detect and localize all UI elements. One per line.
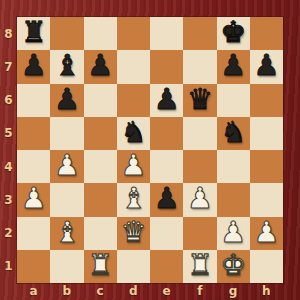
square-h2[interactable]: ♟: [250, 217, 283, 250]
square-d4[interactable]: ♟: [117, 150, 150, 183]
piece-black-rook-a8[interactable]: ♜: [21, 18, 47, 47]
piece-white-pawn-g2[interactable]: ♟: [220, 218, 246, 247]
square-f4[interactable]: [183, 150, 216, 183]
square-h7[interactable]: ♟: [250, 50, 283, 83]
square-c8[interactable]: [84, 17, 117, 50]
piece-white-pawn-a3[interactable]: ♟: [21, 184, 47, 213]
piece-white-pawn-b4[interactable]: ♟: [54, 151, 80, 180]
rank-label-4: 4: [0, 160, 17, 174]
piece-black-knight-g5[interactable]: ♞: [220, 118, 246, 147]
square-g4[interactable]: [217, 150, 250, 183]
square-h8[interactable]: [250, 17, 283, 50]
file-label-d: d: [117, 284, 150, 299]
square-a3[interactable]: ♟: [17, 183, 50, 216]
square-a7[interactable]: ♟: [17, 50, 50, 83]
rank-label-5: 5: [0, 126, 17, 140]
square-d5[interactable]: ♞: [117, 117, 150, 150]
piece-white-rook-c1[interactable]: ♜: [87, 251, 113, 280]
piece-white-king-g1[interactable]: ♚: [220, 251, 246, 280]
square-e1[interactable]: [150, 250, 183, 283]
file-label-b: b: [50, 284, 83, 299]
square-d7[interactable]: [117, 50, 150, 83]
rank-label-3: 3: [0, 193, 17, 207]
piece-black-knight-d5[interactable]: ♞: [120, 118, 146, 147]
square-e5[interactable]: [150, 117, 183, 150]
piece-black-pawn-a7[interactable]: ♟: [21, 51, 47, 80]
piece-black-pawn-g7[interactable]: ♟: [220, 51, 246, 80]
piece-white-queen-d2[interactable]: ♛: [120, 218, 146, 247]
square-c7[interactable]: ♟: [84, 50, 117, 83]
square-a6[interactable]: [17, 84, 50, 117]
square-f2[interactable]: [183, 217, 216, 250]
square-d3[interactable]: ♝: [117, 183, 150, 216]
rank-label-7: 7: [0, 60, 17, 74]
square-h5[interactable]: [250, 117, 283, 150]
file-label-g: g: [217, 284, 250, 299]
square-c3[interactable]: [84, 183, 117, 216]
chess-board-frame: 87654321 ♜♚♟♝♟♟♟♟♟♛♞♞♟♟♟♝♟♟♝♛♟♟♜♜♚ abcde…: [0, 0, 300, 300]
piece-white-pawn-h2[interactable]: ♟: [253, 218, 279, 247]
piece-white-bishop-b2[interactable]: ♝: [54, 218, 80, 247]
square-d6[interactable]: [117, 84, 150, 117]
square-d2[interactable]: ♛: [117, 217, 150, 250]
piece-black-king-g8[interactable]: ♚: [220, 18, 246, 47]
piece-black-queen-f6[interactable]: ♛: [187, 85, 213, 114]
piece-black-pawn-b6[interactable]: ♟: [54, 85, 80, 114]
square-b8[interactable]: [50, 17, 83, 50]
square-c4[interactable]: [84, 150, 117, 183]
square-g1[interactable]: ♚: [217, 250, 250, 283]
square-f7[interactable]: [183, 50, 216, 83]
square-b6[interactable]: ♟: [50, 84, 83, 117]
file-label-f: f: [183, 284, 216, 299]
square-a2[interactable]: [17, 217, 50, 250]
square-f3[interactable]: ♟: [183, 183, 216, 216]
piece-black-pawn-h7[interactable]: ♟: [253, 51, 279, 80]
square-b1[interactable]: [50, 250, 83, 283]
square-g5[interactable]: ♞: [217, 117, 250, 150]
square-g8[interactable]: ♚: [217, 17, 250, 50]
square-a4[interactable]: [17, 150, 50, 183]
square-e3[interactable]: ♟: [150, 183, 183, 216]
square-d8[interactable]: [117, 17, 150, 50]
square-b2[interactable]: ♝: [50, 217, 83, 250]
square-h4[interactable]: [250, 150, 283, 183]
square-b7[interactable]: ♝: [50, 50, 83, 83]
rank-label-8: 8: [0, 27, 17, 41]
square-a8[interactable]: ♜: [17, 17, 50, 50]
square-f6[interactable]: ♛: [183, 84, 216, 117]
square-g2[interactable]: ♟: [217, 217, 250, 250]
piece-white-rook-f1[interactable]: ♜: [187, 251, 213, 280]
square-c1[interactable]: ♜: [84, 250, 117, 283]
square-f5[interactable]: [183, 117, 216, 150]
square-e2[interactable]: [150, 217, 183, 250]
piece-black-pawn-e6[interactable]: ♟: [154, 85, 180, 114]
piece-black-bishop-b7[interactable]: ♝: [54, 51, 80, 80]
rank-label-6: 6: [0, 93, 17, 107]
square-h6[interactable]: [250, 84, 283, 117]
square-e8[interactable]: [150, 17, 183, 50]
square-h1[interactable]: [250, 250, 283, 283]
square-c2[interactable]: [84, 217, 117, 250]
square-e4[interactable]: [150, 150, 183, 183]
square-f8[interactable]: [183, 17, 216, 50]
square-b4[interactable]: ♟: [50, 150, 83, 183]
file-label-a: a: [17, 284, 50, 299]
square-g3[interactable]: [217, 183, 250, 216]
square-e7[interactable]: [150, 50, 183, 83]
square-e6[interactable]: ♟: [150, 84, 183, 117]
square-c5[interactable]: [84, 117, 117, 150]
square-c6[interactable]: [84, 84, 117, 117]
square-b3[interactable]: [50, 183, 83, 216]
chess-board: ♜♚♟♝♟♟♟♟♟♛♞♞♟♟♟♝♟♟♝♛♟♟♜♜♚: [17, 17, 283, 283]
piece-black-pawn-e3[interactable]: ♟: [154, 184, 180, 213]
file-label-h: h: [250, 284, 283, 299]
rank-label-2: 2: [0, 226, 17, 240]
piece-black-pawn-c7[interactable]: ♟: [87, 51, 113, 80]
square-f1[interactable]: ♜: [183, 250, 216, 283]
square-h3[interactable]: [250, 183, 283, 216]
square-a1[interactable]: [17, 250, 50, 283]
square-b5[interactable]: [50, 117, 83, 150]
rank-labels: 87654321: [0, 17, 17, 283]
piece-white-bishop-d3[interactable]: ♝: [120, 184, 146, 213]
file-labels: abcdefgh: [17, 283, 283, 300]
square-g6[interactable]: [217, 84, 250, 117]
file-label-e: e: [150, 284, 183, 299]
piece-white-pawn-f3[interactable]: ♟: [187, 184, 213, 213]
square-a5[interactable]: [17, 117, 50, 150]
square-g7[interactable]: ♟: [217, 50, 250, 83]
square-d1[interactable]: [117, 250, 150, 283]
rank-label-1: 1: [0, 259, 17, 273]
file-label-c: c: [84, 284, 117, 299]
piece-white-pawn-d4[interactable]: ♟: [120, 151, 146, 180]
